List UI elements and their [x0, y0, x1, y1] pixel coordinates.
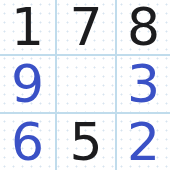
sudoku-cell-r1c2[interactable]: 3 — [117, 56, 170, 112]
cell-value: 3 — [127, 58, 160, 110]
cell-value: 2 — [127, 116, 160, 168]
sudoku-cell-r2c2[interactable]: 2 — [117, 114, 170, 170]
sudoku-cell-r1c1[interactable] — [57, 56, 115, 112]
sudoku-cell-r0c1[interactable]: 7 — [57, 0, 115, 54]
sudoku-cell-r0c0[interactable]: 1 — [0, 0, 55, 54]
sudoku-cell-r2c1[interactable]: 5 — [57, 114, 115, 170]
sudoku-cell-r0c2[interactable]: 8 — [117, 0, 170, 54]
sudoku-cell-r2c0[interactable]: 6 — [0, 114, 55, 170]
cell-value: 7 — [69, 1, 102, 53]
sudoku-cell-r1c0[interactable]: 9 — [0, 56, 55, 112]
cell-value: 8 — [127, 1, 160, 53]
sudoku-board: 1 7 8 9 3 6 5 2 — [0, 0, 170, 170]
cell-value: 5 — [69, 116, 102, 168]
cell-value: 9 — [11, 58, 44, 110]
cell-value: 6 — [11, 116, 44, 168]
cell-value: 1 — [11, 1, 44, 53]
